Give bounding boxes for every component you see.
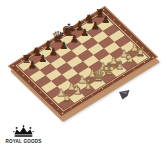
crown-icon (13, 125, 34, 137)
brand-logo: ROYAL GOODS (4, 125, 42, 144)
frame-dot (22, 75, 24, 76)
frame-dot (112, 81, 114, 82)
frame-dot (91, 94, 93, 95)
frame-dot (28, 80, 30, 81)
frame-dot (80, 101, 82, 102)
frame-dot (61, 113, 63, 114)
frame-dot (12, 65, 14, 66)
frame-dot (119, 24, 121, 25)
frame-dot (144, 62, 146, 63)
frame-dot (34, 86, 36, 87)
hinge-clasp-icon (118, 89, 131, 101)
frame-dot (101, 88, 103, 89)
brand-name: ROYAL GOODS (6, 138, 41, 144)
frame-dot (130, 36, 132, 37)
frame-dot (45, 97, 47, 98)
frame-dot (133, 68, 135, 69)
frame-dot (51, 103, 53, 104)
frame-dot (70, 107, 72, 108)
frame-dot (122, 75, 124, 76)
chess-set-product-photo: ♜♞♝♛♚♝♞♜♟♟♟♟♟♟♟♟♟♟♟♟♟♟♟♟♜♞♝♛♚♝♞♜ ROYAL G… (0, 0, 168, 148)
chess-board: ♜♞♝♛♚♝♞♜♟♟♟♟♟♟♟♟♟♟♟♟♟♟♟♟♜♞♝♛♚♝♞♜ (8, 6, 158, 117)
frame-dot (57, 108, 59, 109)
frame-dot (17, 69, 19, 70)
frame-dot (152, 57, 154, 58)
frame-dot (40, 92, 42, 93)
frame-dot (124, 30, 126, 31)
